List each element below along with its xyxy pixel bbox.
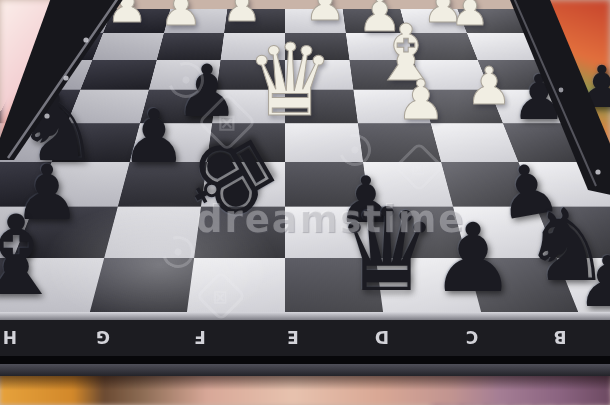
piece-white-pawn[interactable]: ♟ <box>450 0 489 32</box>
piece-white-pawn[interactable]: ♟ <box>466 60 513 112</box>
board-drop-shadow <box>0 376 610 390</box>
piece-black-pawn[interactable]: ♟ <box>511 67 567 129</box>
piece-white-pawn[interactable]: ♟ <box>159 0 202 32</box>
piece-black-pawn[interactable]: ♟ <box>577 247 610 317</box>
chess-photo-scene: ♟♟♟♟♟♟♟♝♛♟♟♟♟♟♞♟♚♟♟♟♞♛♝♟♟ HGFEDCBA dream… <box>0 0 610 405</box>
board-near-rim <box>0 320 610 356</box>
file-label-f: F <box>194 327 206 347</box>
file-label-d: D <box>375 327 389 347</box>
piece-white-pawn[interactable]: ♟ <box>106 0 147 29</box>
file-label-e: E <box>287 327 299 347</box>
board-rim-groove <box>0 356 610 364</box>
file-label-g: G <box>96 327 110 347</box>
file-label-h: H <box>3 327 17 347</box>
piece-white-pawn[interactable]: ♟ <box>396 73 445 128</box>
board-edge-highlight <box>0 312 610 320</box>
file-label-c: C <box>466 327 478 347</box>
file-label-b: B <box>554 327 567 347</box>
piece-black-bishop[interactable]: ♝ <box>0 201 65 311</box>
piece-black-pawn[interactable]: ♟ <box>576 58 610 116</box>
piece-black-queen[interactable]: ♛ <box>335 193 438 308</box>
piece-black-pawn[interactable]: ♟ <box>430 211 515 306</box>
board-rim-base <box>0 364 610 376</box>
